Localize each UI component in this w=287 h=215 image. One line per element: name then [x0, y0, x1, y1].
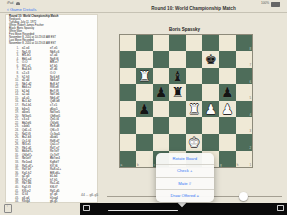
menu-item-draw-offered[interactable]: Draw Offered =	[156, 190, 215, 202]
piece-black-pawn-b4[interactable]: ♟	[136, 101, 153, 118]
square-e4[interactable]: ♜	[186, 101, 203, 118]
rank-label: 6	[250, 81, 252, 84]
square-f7[interactable]: ♚	[202, 51, 219, 68]
piece-white-pawn-f4[interactable]: ♟	[202, 101, 219, 118]
square-a6[interactable]	[120, 68, 137, 85]
top-player-name: Boris Spassky	[118, 27, 251, 32]
move-list[interactable]: 1.e2-e4e7-e52.Ng1-f3Nb8-c63.Bf1-b5a7-a64…	[9, 47, 95, 204]
file-label: a	[121, 164, 123, 167]
square-c2[interactable]	[153, 134, 170, 151]
piece-white-rook-b6[interactable]: ♜	[136, 68, 153, 85]
page-title: Round 10: World Championship Match	[100, 6, 287, 11]
home-indicator[interactable]	[108, 210, 178, 211]
rank-label: 7	[250, 64, 252, 67]
menu-item-mate[interactable]: Mate #	[156, 178, 215, 191]
square-a5[interactable]	[120, 84, 137, 101]
piece-black-pawn-c5[interactable]: ♟	[153, 84, 170, 101]
square-a1[interactable]: a	[120, 151, 137, 168]
keyboard-split-left-icon[interactable]	[83, 205, 90, 211]
chevron-left-icon: ‹	[7, 6, 9, 12]
wifi-icon	[16, 2, 20, 5]
battery-percent: 100%	[261, 1, 269, 5]
square-b5[interactable]	[136, 84, 153, 101]
square-e7[interactable]	[186, 51, 203, 68]
square-c5[interactable]: ♟	[153, 84, 170, 101]
square-g5[interactable]: ♟	[219, 84, 236, 101]
square-e8[interactable]	[186, 35, 203, 52]
square-h8[interactable]: 8	[236, 35, 253, 52]
rank-label: 3	[250, 130, 252, 133]
square-e3[interactable]	[186, 117, 203, 134]
menu-item-check[interactable]: Check +	[156, 165, 215, 178]
square-d7[interactable]	[169, 51, 186, 68]
back-button[interactable]: ‹ Game Details	[7, 6, 37, 12]
square-b2[interactable]	[136, 134, 153, 151]
square-f8[interactable]	[202, 35, 219, 52]
white-move: h3xg4	[22, 200, 50, 204]
square-e6[interactable]	[186, 68, 203, 85]
square-g6[interactable]	[219, 68, 236, 85]
square-c4[interactable]	[153, 101, 170, 118]
square-a8[interactable]	[120, 35, 137, 52]
square-b8[interactable]	[136, 35, 153, 52]
square-a7[interactable]	[120, 51, 137, 68]
file-label: b	[137, 164, 139, 167]
rank-label: 5	[250, 97, 252, 100]
piece-black-bishop-d6[interactable]: ♝	[169, 68, 186, 85]
battery-cap	[279, 2, 280, 4]
square-e2[interactable]: ♚	[186, 134, 203, 151]
square-h6[interactable]: 6	[236, 68, 253, 85]
square-h5[interactable]: 5	[236, 84, 253, 101]
rank-label: 2	[250, 147, 252, 150]
move-slider-handle[interactable]	[239, 192, 248, 201]
square-a2[interactable]	[120, 134, 137, 151]
square-g2[interactable]	[219, 134, 236, 151]
square-a4[interactable]	[120, 101, 137, 118]
square-d2[interactable]	[169, 134, 186, 151]
square-d5[interactable]: ♜	[169, 84, 186, 101]
chess-board[interactable]: 8♚7♜♝6♟♜♟5♟♜♟♟43♚2abcdefgh1	[119, 34, 254, 169]
square-c6[interactable]	[153, 68, 170, 85]
piece-black-rook-d5[interactable]: ♜	[169, 84, 186, 101]
piece-white-rook-e4[interactable]: ♜	[186, 101, 203, 118]
square-d8[interactable]	[169, 35, 186, 52]
square-b7[interactable]	[136, 51, 153, 68]
square-g4[interactable]: ♟	[219, 101, 236, 118]
square-d6[interactable]: ♝	[169, 68, 186, 85]
square-h1[interactable]: h1	[236, 151, 253, 168]
share-icon[interactable]	[4, 204, 12, 213]
game-metadata: Round 10: World Championship MatchReykja…	[9, 16, 94, 46]
square-c7[interactable]	[153, 51, 170, 68]
square-b3[interactable]	[136, 117, 153, 134]
annotation-popover-menu: Rotate BoardCheck +Mate #Draw Offered =	[156, 153, 215, 202]
square-c8[interactable]	[153, 35, 170, 52]
square-g7[interactable]	[219, 51, 236, 68]
square-f2[interactable]	[202, 134, 219, 151]
square-h4[interactable]: 4	[236, 101, 253, 118]
piece-white-pawn-g4[interactable]: ♟	[219, 101, 236, 118]
square-h3[interactable]: 3	[236, 117, 253, 134]
square-f6[interactable]	[202, 68, 219, 85]
square-f3[interactable]	[202, 117, 219, 134]
square-g8[interactable]	[219, 35, 236, 52]
square-g3[interactable]	[219, 117, 236, 134]
square-c3[interactable]	[153, 117, 170, 134]
square-e5[interactable]	[186, 84, 203, 101]
piece-black-pawn-g5[interactable]: ♟	[219, 84, 236, 101]
square-h2[interactable]: 2	[236, 134, 253, 151]
file-label: g	[220, 164, 222, 167]
square-b4[interactable]: ♟	[136, 101, 153, 118]
carrier-label: iPad	[7, 1, 13, 5]
rank-label: 4	[250, 114, 252, 117]
game-details-sidebar: Round 10: World Championship MatchReykja…	[5, 14, 98, 204]
square-f4[interactable]: ♟	[202, 101, 219, 118]
rank-label: 8	[250, 48, 252, 51]
piece-white-king-e2[interactable]: ♚	[186, 134, 203, 151]
piece-black-king-f7[interactable]: ♚	[202, 51, 219, 68]
rank-label: 1	[250, 164, 252, 167]
square-d4[interactable]	[169, 101, 186, 118]
square-h7[interactable]: 7	[236, 51, 253, 68]
square-b6[interactable]: ♜	[136, 68, 153, 85]
file-label: h	[237, 164, 239, 167]
keyboard-dismiss-icon[interactable]	[277, 205, 284, 211]
square-f5[interactable]	[202, 84, 219, 101]
square-a3[interactable]	[120, 117, 137, 134]
square-b1[interactable]: b	[136, 151, 153, 168]
square-d3[interactable]	[169, 117, 186, 134]
current-move-label: 44 ... g6-g5	[81, 193, 98, 197]
square-g1[interactable]: g	[219, 151, 236, 168]
menu-item-rotate-board[interactable]: Rotate Board	[156, 153, 215, 166]
